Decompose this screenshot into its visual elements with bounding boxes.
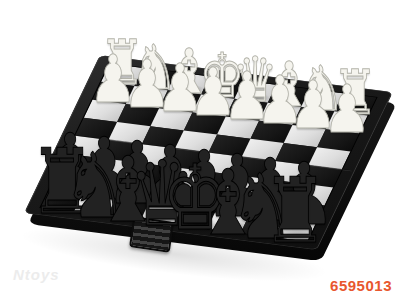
board-clasp [129, 216, 174, 252]
board-square [274, 219, 316, 241]
watermark: Ntoys [13, 266, 60, 283]
product-number: 6595013 [330, 277, 392, 294]
product-photo: ♜♞♝♚♛♝♞♜♟♟♟♟♟♟♟♟♟♟♟♟♟♟♟♟♜♞♝♛♚♝♞♜ Ntoys 6… [0, 0, 400, 300]
